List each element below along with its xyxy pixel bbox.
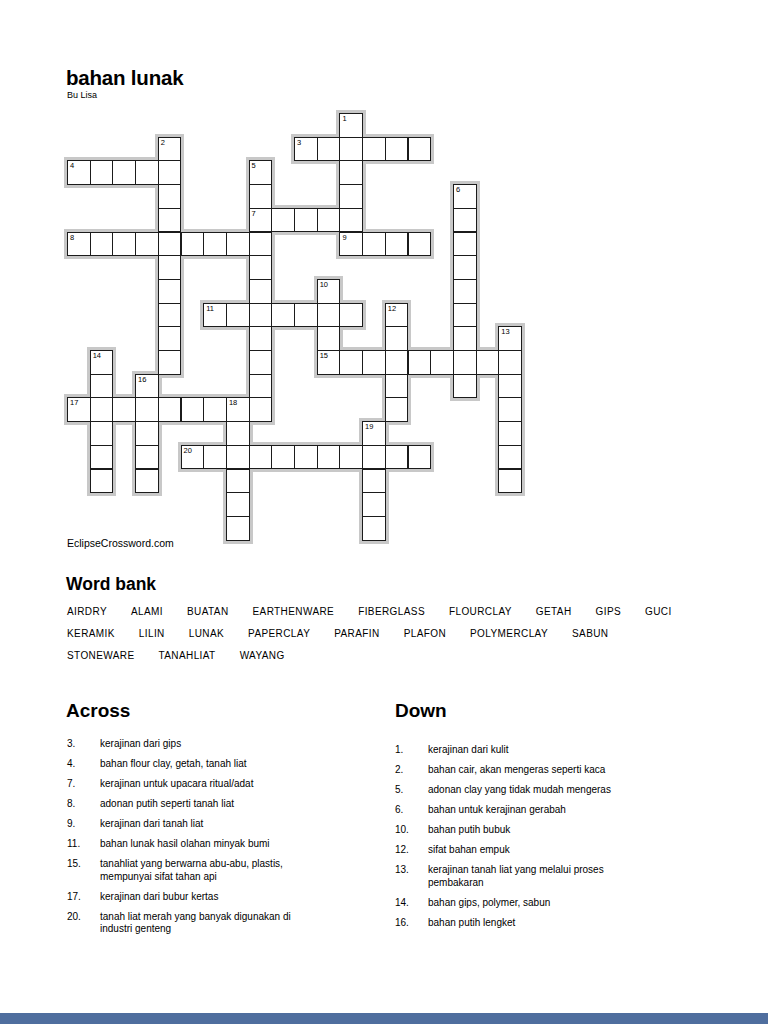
- across-clue-17: 17.kerajinan dari bubur kertas: [67, 891, 317, 904]
- grid-cell-r4c9[interactable]: [271, 208, 295, 233]
- grid-cell-r9c14[interactable]: [385, 326, 409, 351]
- grid-cell-r1c11[interactable]: [317, 137, 341, 162]
- grid-cell-r8c14[interactable]: 12: [385, 303, 409, 328]
- word-bank-word: PARAFIN: [334, 628, 379, 639]
- clue-list-text: bahan untuk kerajinan gerabah: [428, 804, 636, 817]
- grid-cell-r4c12[interactable]: [339, 208, 363, 233]
- grid-cell-r4c4[interactable]: [158, 208, 182, 233]
- word-bank-word: ALAMI: [131, 606, 163, 617]
- grid-cell-r5c8[interactable]: [249, 232, 273, 257]
- grid-cell-r3c12[interactable]: [339, 184, 363, 209]
- grid-cell-r10c19[interactable]: [498, 350, 522, 375]
- grid-cell-r5c5[interactable]: [181, 232, 205, 257]
- clue-list-text: sifat bahan empuk: [428, 844, 636, 857]
- clue-list-text: kerajinan dari bubur kertas: [100, 891, 312, 904]
- clue-list-text: bahan flour clay, getah, tanah liat: [100, 758, 312, 771]
- grid-cell-r7c17[interactable]: [453, 279, 477, 304]
- grid-cell-r16c13[interactable]: [362, 492, 386, 517]
- grid-cell-r10c1[interactable]: 14: [90, 350, 114, 375]
- grid-cell-r14c5[interactable]: 20: [181, 445, 205, 470]
- clue-number: 20: [182, 446, 204, 455]
- grid-cell-r9c19[interactable]: 13: [498, 326, 522, 351]
- clue-number: 10: [318, 280, 340, 289]
- word-bank-word: TANAHLIAT: [159, 650, 216, 661]
- down-clue-list: 1.kerajinan dari kulit2.bahan cair, akan…: [395, 744, 640, 937]
- clue-number: 14: [91, 351, 113, 360]
- grid-cell-r1c10[interactable]: 3: [294, 137, 318, 162]
- grid-cell-r12c0[interactable]: 17: [67, 397, 91, 422]
- grid-cell-r5c17[interactable]: [453, 232, 477, 257]
- grid-cell-r10c11[interactable]: 15: [317, 350, 341, 375]
- clue-list-text: tanahliat yang berwarna abu-abu, plastis…: [100, 858, 312, 883]
- grid-cell-r4c8[interactable]: 7: [249, 208, 273, 233]
- grid-cell-r12c6[interactable]: [203, 397, 227, 422]
- grid-cell-r8c9[interactable]: [271, 303, 295, 328]
- grid-cell-r5c13[interactable]: [362, 232, 386, 257]
- grid-cell-r10c12[interactable]: [339, 350, 363, 375]
- down-clue-5: 5.adonan clay yang tidak mudah mengeras: [395, 784, 640, 797]
- grid-cell-r8c6[interactable]: 11: [203, 303, 227, 328]
- word-bank-line-3: STONEWARETANAHLIATWAYANG: [67, 650, 285, 661]
- grid-cell-r14c10[interactable]: [294, 445, 318, 470]
- grid-cell-r14c8[interactable]: [249, 445, 273, 470]
- down-clue-16: 16.bahan putih lengket: [395, 917, 640, 930]
- grid-cell-r13c13[interactable]: 19: [362, 421, 386, 446]
- across-clue-7: 7.kerajinan untuk upacara ritual/adat: [67, 778, 317, 791]
- clue-list-text: bahan lunak hasil olahan minyak bumi: [100, 838, 312, 851]
- clue-list-number: 8.: [67, 798, 100, 811]
- grid-cell-r1c4[interactable]: 2: [158, 137, 182, 162]
- grid-cell-r8c4[interactable]: [158, 303, 182, 328]
- word-bank-line-2: KERAMIKLILINLUNAKPAPERCLAYPARAFINPLAFONP…: [67, 628, 608, 639]
- clue-list-text: adonan clay yang tidak mudah mengeras: [428, 784, 636, 797]
- word-bank-word: BUATAN: [187, 606, 228, 617]
- grid-cell-r17c13[interactable]: [362, 516, 386, 541]
- word-bank-word: EARTHENWARE: [253, 606, 335, 617]
- grid-cell-r4c17[interactable]: [453, 208, 477, 233]
- grid-cell-r12c2[interactable]: [112, 397, 136, 422]
- clue-number: 13: [499, 327, 521, 336]
- grid-cell-r14c1[interactable]: [90, 445, 114, 470]
- grid-cell-r12c4[interactable]: [158, 397, 182, 422]
- grid-cell-r1c13[interactable]: [362, 137, 386, 162]
- clue-list-number: 5.: [395, 784, 428, 797]
- across-clue-list: 3.kerajinan dari gips4.bahan flour clay,…: [67, 738, 317, 943]
- grid-cell-r0c12[interactable]: 1: [339, 113, 363, 138]
- grid-cell-r5c2[interactable]: [112, 232, 136, 257]
- across-clue-4: 4.bahan flour clay, getah, tanah liat: [67, 758, 317, 771]
- clue-list-number: 12.: [395, 844, 428, 857]
- grid-cell-r8c12[interactable]: [339, 303, 363, 328]
- grid-cell-r10c8[interactable]: [249, 350, 273, 375]
- across-heading: Across: [66, 700, 130, 722]
- grid-cell-r8c7[interactable]: [226, 303, 250, 328]
- grid-cell-r9c11[interactable]: [317, 326, 341, 351]
- word-bank-heading: Word bank: [66, 574, 156, 595]
- clue-number: 6: [454, 185, 476, 194]
- grid-cell-r10c15[interactable]: [408, 350, 432, 375]
- clue-number: 16: [136, 375, 158, 384]
- grid-cell-r8c17[interactable]: [453, 303, 477, 328]
- clue-list-text: kerajinan untuk upacara ritual/adat: [100, 778, 312, 791]
- across-clue-3: 3.kerajinan dari gips: [67, 738, 317, 751]
- clue-list-number: 6.: [395, 804, 428, 817]
- grid-cell-r2c2[interactable]: [112, 160, 136, 185]
- grid-cell-r2c8[interactable]: 5: [249, 160, 273, 185]
- grid-cell-r6c8[interactable]: [249, 255, 273, 280]
- word-bank-word: WAYANG: [240, 650, 285, 661]
- clue-number: 3: [295, 138, 317, 147]
- clue-list-text: kerajinan tanah liat yang melalui proses…: [428, 864, 636, 889]
- grid-cell-r17c7[interactable]: [226, 516, 250, 541]
- grid-cell-r10c16[interactable]: [430, 350, 454, 375]
- word-bank-word: GUCI: [645, 606, 672, 617]
- clue-list-number: 10.: [395, 824, 428, 837]
- word-bank-word: GIPS: [596, 606, 622, 617]
- word-bank-word: AIRDRY: [67, 606, 107, 617]
- grid-cell-r2c0[interactable]: 4: [67, 160, 91, 185]
- clue-number: 18: [227, 398, 249, 407]
- grid-cell-r5c7[interactable]: [226, 232, 250, 257]
- grid-cell-r5c15[interactable]: [408, 232, 432, 257]
- grid-cell-r4c11[interactable]: [317, 208, 341, 233]
- across-clue-11: 11.bahan lunak hasil olahan minyak bumi: [67, 838, 317, 851]
- grid-cell-r2c4[interactable]: [158, 160, 182, 185]
- clue-number: 1: [340, 114, 362, 123]
- grid-cell-r1c14[interactable]: [385, 137, 409, 162]
- grid-cell-r14c13[interactable]: [362, 445, 386, 470]
- grid-cell-r10c4[interactable]: [158, 350, 182, 375]
- across-clue-8: 8.adonan putih seperti tanah liat: [67, 798, 317, 811]
- grid-cell-r13c7[interactable]: [226, 421, 250, 446]
- grid-cell-r1c12[interactable]: [339, 137, 363, 162]
- grid-cell-r14c14[interactable]: [385, 445, 409, 470]
- grid-cell-r2c12[interactable]: [339, 160, 363, 185]
- grid-cell-r13c3[interactable]: [135, 421, 159, 446]
- page-author: Bu Lisa: [67, 90, 97, 100]
- grid-cell-r15c13[interactable]: [362, 469, 386, 494]
- grid-cell-r12c8[interactable]: [249, 397, 273, 422]
- grid-cell-r15c3[interactable]: [135, 469, 159, 494]
- grid-cell-r3c4[interactable]: [158, 184, 182, 209]
- grid-cell-r11c14[interactable]: [385, 374, 409, 399]
- across-clue-20: 20.tanah liat merah yang banyak digunaka…: [67, 911, 317, 936]
- word-bank-word: KERAMIK: [67, 628, 115, 639]
- grid-cell-r1c15[interactable]: [408, 137, 432, 162]
- grid-cell-r8c8[interactable]: [249, 303, 273, 328]
- grid-cell-r14c15[interactable]: [408, 445, 432, 470]
- clue-list-text: tanah liat merah yang banyak digunakan d…: [100, 911, 312, 936]
- word-bank-word: LILIN: [139, 628, 165, 639]
- grid-cell-r6c17[interactable]: [453, 255, 477, 280]
- grid-cell-r7c4[interactable]: [158, 279, 182, 304]
- grid-cell-r12c1[interactable]: [90, 397, 114, 422]
- down-clue-6: 6.bahan untuk kerajinan gerabah: [395, 804, 640, 817]
- across-clue-9: 9.kerajinan dari tanah liat: [67, 818, 317, 831]
- document-page: { "game": "crossword", "page": { "title"…: [0, 0, 768, 1024]
- clue-number: 9: [340, 233, 362, 242]
- grid-cell-r11c3[interactable]: 16: [135, 374, 159, 399]
- grid-cell-r5c14[interactable]: [385, 232, 409, 257]
- down-clue-1: 1.kerajinan dari kulit: [395, 744, 640, 757]
- clue-list-number: 13.: [395, 864, 428, 889]
- clue-number: 19: [363, 422, 385, 431]
- grid-cell-r11c17[interactable]: [453, 374, 477, 399]
- clue-number: 15: [318, 351, 340, 360]
- grid-cell-r5c12[interactable]: 9: [339, 232, 363, 257]
- clue-list-number: 16.: [395, 917, 428, 930]
- grid-cell-r7c11[interactable]: 10: [317, 279, 341, 304]
- word-bank-word: GETAH: [536, 606, 572, 617]
- down-heading: Down: [395, 700, 447, 722]
- grid-cell-r12c14[interactable]: [385, 397, 409, 422]
- clue-list-text: kerajinan dari kulit: [428, 744, 636, 757]
- grid-cell-r14c6[interactable]: [203, 445, 227, 470]
- grid-cell-r16c7[interactable]: [226, 492, 250, 517]
- grid-cell-r5c6[interactable]: [203, 232, 227, 257]
- page-separator-bar: [0, 1013, 768, 1024]
- clue-number: 8: [68, 233, 90, 242]
- clue-list-text: bahan gips, polymer, sabun: [428, 897, 636, 910]
- grid-cell-r10c13[interactable]: [362, 350, 386, 375]
- word-bank-word: FIBERGLASS: [358, 606, 425, 617]
- grid-cell-r11c19[interactable]: [498, 374, 522, 399]
- clue-list-text: adonan putih seperti tanah liat: [100, 798, 312, 811]
- clue-number: 4: [68, 161, 90, 170]
- word-bank-word: SABUN: [572, 628, 608, 639]
- word-bank-word: POLYMERCLAY: [470, 628, 548, 639]
- grid-cell-r5c4[interactable]: [158, 232, 182, 257]
- grid-cell-r14c19[interactable]: [498, 445, 522, 470]
- clue-number: 11: [204, 304, 226, 313]
- clue-list-text: kerajinan dari tanah liat: [100, 818, 312, 831]
- grid-cell-r8c10[interactable]: [294, 303, 318, 328]
- clue-list-text: kerajinan dari gips: [100, 738, 312, 751]
- generator-credit: EclipseCrossword.com: [67, 537, 174, 549]
- grid-cell-r10c14[interactable]: [385, 350, 409, 375]
- grid-cell-r10c17[interactable]: [453, 350, 477, 375]
- grid-cell-r10c18[interactable]: [476, 350, 500, 375]
- grid-cell-r6c4[interactable]: [158, 255, 182, 280]
- grid-cell-r14c12[interactable]: [339, 445, 363, 470]
- clue-list-number: 15.: [67, 858, 100, 883]
- down-clue-13: 13.kerajinan tanah liat yang melalui pro…: [395, 864, 640, 889]
- clue-list-text: bahan putih bubuk: [428, 824, 636, 837]
- clue-list-number: 7.: [67, 778, 100, 791]
- grid-cell-r8c11[interactable]: [317, 303, 341, 328]
- grid-cell-r12c3[interactable]: [135, 397, 159, 422]
- clue-list-number: 11.: [67, 838, 100, 851]
- down-clue-2: 2.bahan cair, akan mengeras seperti kaca: [395, 764, 640, 777]
- grid-cell-r5c3[interactable]: [135, 232, 159, 257]
- grid-cell-r15c19[interactable]: [498, 469, 522, 494]
- grid-cell-r15c7[interactable]: [226, 469, 250, 494]
- grid-cell-r11c1[interactable]: [90, 374, 114, 399]
- grid-cell-r2c3[interactable]: [135, 160, 159, 185]
- grid-cell-r14c3[interactable]: [135, 445, 159, 470]
- grid-cell-r12c5[interactable]: [181, 397, 205, 422]
- word-bank-word: PAPERCLAY: [248, 628, 310, 639]
- grid-cell-r2c1[interactable]: [90, 160, 114, 185]
- word-bank-word: LUNAK: [189, 628, 224, 639]
- clue-list-number: 9.: [67, 818, 100, 831]
- grid-cell-r11c8[interactable]: [249, 374, 273, 399]
- grid-cell-r5c0[interactable]: 8: [67, 232, 91, 257]
- grid-cell-r12c7[interactable]: 18: [226, 397, 250, 422]
- grid-cell-r14c9[interactable]: [271, 445, 295, 470]
- clue-list-number: 3.: [67, 738, 100, 751]
- grid-cell-r7c8[interactable]: [249, 279, 273, 304]
- grid-cell-r14c11[interactable]: [317, 445, 341, 470]
- grid-cell-r15c1[interactable]: [90, 469, 114, 494]
- grid-cell-r13c1[interactable]: [90, 421, 114, 446]
- clue-list-number: 2.: [395, 764, 428, 777]
- word-bank-word: STONEWARE: [67, 650, 135, 661]
- down-clue-10: 10.bahan putih bubuk: [395, 824, 640, 837]
- grid-cell-r12c19[interactable]: [498, 397, 522, 422]
- word-bank-word: FLOURCLAY: [449, 606, 512, 617]
- grid-cell-r4c10[interactable]: [294, 208, 318, 233]
- clue-list-number: 20.: [67, 911, 100, 936]
- page-title: bahan lunak: [66, 66, 183, 90]
- down-clue-12: 12.sifat bahan empuk: [395, 844, 640, 857]
- clue-number: 5: [250, 161, 272, 170]
- grid-cell-r14c7[interactable]: [226, 445, 250, 470]
- clue-list-text: bahan cair, akan mengeras seperti kaca: [428, 764, 636, 777]
- clue-number: 17: [68, 398, 90, 407]
- clue-number: 2: [159, 138, 181, 147]
- grid-cell-r3c17[interactable]: 6: [453, 184, 477, 209]
- clue-list-number: 14.: [395, 897, 428, 910]
- grid-cell-r3c8[interactable]: [249, 184, 273, 209]
- across-clue-15: 15.tanahliat yang berwarna abu-abu, plas…: [67, 858, 317, 883]
- grid-cell-r9c17[interactable]: [453, 326, 477, 351]
- grid-cell-r9c4[interactable]: [158, 326, 182, 351]
- grid-cell-r9c8[interactable]: [249, 326, 273, 351]
- clue-list-number: 17.: [67, 891, 100, 904]
- clue-number: 7: [250, 209, 272, 218]
- clue-number: 12: [386, 304, 408, 313]
- word-bank-word: PLAFON: [404, 628, 446, 639]
- clue-list-text: bahan putih lengket: [428, 917, 636, 930]
- clue-list-number: 1.: [395, 744, 428, 757]
- grid-cell-r13c19[interactable]: [498, 421, 522, 446]
- word-bank-line-1: AIRDRYALAMIBUATANEARTHENWAREFIBERGLASSFL…: [67, 606, 672, 617]
- down-clue-14: 14.bahan gips, polymer, sabun: [395, 897, 640, 910]
- grid-cell-r5c1[interactable]: [90, 232, 114, 257]
- crossword-grid: 1234567891011121314151617181920: [67, 113, 522, 540]
- clue-list-number: 4.: [67, 758, 100, 771]
